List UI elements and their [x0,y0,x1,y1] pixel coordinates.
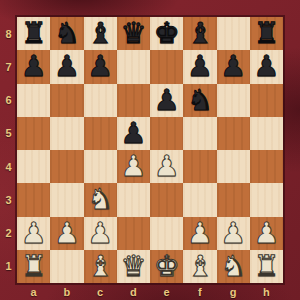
square-f3[interactable] [183,183,216,216]
piece-black-pawn: ♟ [187,50,213,83]
square-h4[interactable] [250,150,283,183]
square-h7[interactable]: ♟ [250,50,283,83]
square-d3[interactable] [117,183,150,216]
square-c3[interactable]: ♞ [84,183,117,216]
square-h2[interactable]: ♟ [250,217,283,250]
piece-black-rook: ♜ [253,17,279,50]
square-d8[interactable]: ♛ [117,17,150,50]
square-e7[interactable] [150,50,183,83]
file-label-a: a [17,283,50,300]
square-f6[interactable]: ♞ [183,84,216,117]
rank-label-3: 3 [0,183,17,216]
rank-label-5: 5 [0,117,17,150]
square-c8[interactable]: ♝ [84,17,117,50]
square-a3[interactable] [17,183,50,216]
square-b1[interactable] [50,250,83,283]
rank-label-8: 8 [0,17,17,50]
piece-white-knight: ♞ [220,250,246,283]
file-label-d: d [117,283,150,300]
square-e8[interactable]: ♚ [150,17,183,50]
square-g1[interactable]: ♞ [217,250,250,283]
square-g5[interactable] [217,117,250,150]
square-b5[interactable] [50,117,83,150]
piece-black-pawn: ♟ [54,50,80,83]
square-a1[interactable]: ♜ [17,250,50,283]
square-f7[interactable]: ♟ [183,50,216,83]
piece-black-rook: ♜ [21,17,47,50]
square-e2[interactable] [150,217,183,250]
square-g4[interactable] [217,150,250,183]
square-c5[interactable] [84,117,117,150]
square-e6[interactable]: ♟ [150,84,183,117]
square-d6[interactable] [117,84,150,117]
rank-label-1: 1 [0,250,17,283]
square-d1[interactable]: ♛ [117,250,150,283]
piece-white-bishop: ♝ [87,250,113,283]
piece-white-queen: ♛ [120,250,146,283]
square-f2[interactable]: ♟ [183,217,216,250]
square-a5[interactable] [17,117,50,150]
piece-white-pawn: ♟ [54,217,80,250]
square-d4[interactable]: ♟ [117,150,150,183]
piece-white-rook: ♜ [253,250,279,283]
piece-black-bishop: ♝ [87,17,113,50]
square-c7[interactable]: ♟ [84,50,117,83]
piece-white-pawn: ♟ [87,217,113,250]
square-f5[interactable] [183,117,216,150]
square-g2[interactable]: ♟ [217,217,250,250]
piece-black-pawn: ♟ [154,84,180,117]
square-g3[interactable] [217,183,250,216]
file-label-g: g [217,283,250,300]
square-f4[interactable] [183,150,216,183]
piece-black-pawn: ♟ [253,50,279,83]
piece-black-pawn: ♟ [220,50,246,83]
square-g7[interactable]: ♟ [217,50,250,83]
chess-board: ♜♞♝♛♚♝♜♟♟♟♟♟♟♟♞♟♟♟♞♟♟♟♟♟♟♜♝♛♚♝♞♜ [17,17,283,283]
square-d7[interactable] [117,50,150,83]
piece-black-knight: ♞ [187,84,213,117]
square-a4[interactable] [17,150,50,183]
square-f8[interactable]: ♝ [183,17,216,50]
square-b3[interactable] [50,183,83,216]
piece-white-pawn: ♟ [187,217,213,250]
square-g8[interactable] [217,17,250,50]
piece-white-pawn: ♟ [253,217,279,250]
file-label-c: c [84,283,117,300]
piece-white-knight: ♞ [87,183,113,216]
square-h6[interactable] [250,84,283,117]
rank-label-2: 2 [0,217,17,250]
rank-label-7: 7 [0,50,17,83]
square-a7[interactable]: ♟ [17,50,50,83]
square-h5[interactable] [250,117,283,150]
square-d2[interactable] [117,217,150,250]
square-a2[interactable]: ♟ [17,217,50,250]
file-label-b: b [50,283,83,300]
piece-white-bishop: ♝ [187,250,213,283]
piece-black-bishop: ♝ [187,17,213,50]
square-h3[interactable] [250,183,283,216]
square-e5[interactable] [150,117,183,150]
square-c4[interactable] [84,150,117,183]
piece-black-pawn: ♟ [87,50,113,83]
square-c1[interactable]: ♝ [84,250,117,283]
rank-label-6: 6 [0,84,17,117]
file-label-f: f [183,283,216,300]
square-c6[interactable] [84,84,117,117]
square-a8[interactable]: ♜ [17,17,50,50]
board-frame: ♜♞♝♛♚♝♜♟♟♟♟♟♟♟♞♟♟♟♞♟♟♟♟♟♟♜♝♛♚♝♞♜ 8765432… [0,0,300,300]
piece-white-pawn: ♟ [154,150,180,183]
square-b8[interactable]: ♞ [50,17,83,50]
square-e4[interactable]: ♟ [150,150,183,183]
square-b7[interactable]: ♟ [50,50,83,83]
piece-white-rook: ♜ [21,250,47,283]
square-e3[interactable] [150,183,183,216]
piece-black-king: ♚ [154,17,180,50]
piece-black-pawn: ♟ [120,117,146,150]
square-d5[interactable]: ♟ [117,117,150,150]
square-g6[interactable] [217,84,250,117]
piece-black-pawn: ♟ [21,50,47,83]
piece-white-pawn: ♟ [220,217,246,250]
file-label-e: e [150,283,183,300]
square-h8[interactable]: ♜ [250,17,283,50]
piece-white-king: ♚ [154,250,180,283]
piece-black-knight: ♞ [54,17,80,50]
square-b2[interactable]: ♟ [50,217,83,250]
square-e1[interactable]: ♚ [150,250,183,283]
square-c2[interactable]: ♟ [84,217,117,250]
square-f1[interactable]: ♝ [183,250,216,283]
piece-white-pawn: ♟ [21,217,47,250]
square-b4[interactable] [50,150,83,183]
square-a6[interactable] [17,84,50,117]
file-label-h: h [250,283,283,300]
square-h1[interactable]: ♜ [250,250,283,283]
piece-white-pawn: ♟ [120,150,146,183]
rank-label-4: 4 [0,150,17,183]
square-b6[interactable] [50,84,83,117]
piece-black-queen: ♛ [120,17,146,50]
